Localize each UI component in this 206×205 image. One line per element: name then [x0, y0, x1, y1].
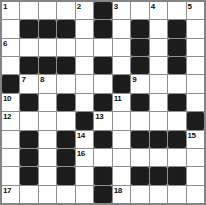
- answer-cell[interactable]: [57, 2, 74, 19]
- block-cell: [131, 57, 148, 74]
- answer-cell[interactable]: [94, 75, 111, 92]
- answer-cell[interactable]: [57, 39, 74, 56]
- block-cell: [113, 75, 130, 92]
- answer-cell[interactable]: [39, 167, 56, 184]
- clue-number: 16: [77, 149, 85, 158]
- block-cell: [94, 2, 111, 19]
- answer-cell[interactable]: [131, 2, 148, 19]
- answer-cell[interactable]: [57, 186, 74, 203]
- clue-number: 14: [77, 131, 85, 140]
- answer-cell[interactable]: [39, 131, 56, 148]
- answer-cell[interactable]: [39, 112, 56, 129]
- answer-cell[interactable]: [76, 186, 93, 203]
- answer-cell[interactable]: [2, 20, 19, 37]
- clue-number: 18: [114, 186, 122, 195]
- answer-cell[interactable]: [2, 167, 19, 184]
- block-cell: [94, 94, 111, 111]
- answer-cell[interactable]: [113, 39, 130, 56]
- clue-number: 15: [188, 131, 196, 140]
- block-cell: [131, 94, 148, 111]
- block-cell: [150, 167, 167, 184]
- answer-cell[interactable]: [131, 112, 148, 129]
- crossword-puzzle: 123456789101112131415161718: [0, 0, 206, 205]
- clue-number: 17: [3, 186, 11, 195]
- answer-cell[interactable]: [113, 57, 130, 74]
- answer-cell[interactable]: [20, 39, 37, 56]
- clue-number: 10: [3, 94, 11, 103]
- clue-number: 1: [3, 2, 7, 11]
- block-cell: [131, 39, 148, 56]
- block-cell: [168, 131, 185, 148]
- answer-cell[interactable]: 3: [113, 2, 130, 19]
- block-cell: [94, 131, 111, 148]
- answer-cell[interactable]: [57, 75, 74, 92]
- answer-cell[interactable]: [20, 186, 37, 203]
- block-cell: [39, 20, 56, 37]
- answer-cell[interactable]: [20, 2, 37, 19]
- answer-cell[interactable]: [150, 112, 167, 129]
- block-cell: [57, 131, 74, 148]
- answer-cell[interactable]: [2, 131, 19, 148]
- block-cell: [57, 57, 74, 74]
- block-cell: [94, 186, 111, 203]
- answer-cell[interactable]: [187, 75, 204, 92]
- block-cell: [20, 167, 37, 184]
- block-cell: [150, 131, 167, 148]
- answer-cell[interactable]: [76, 94, 93, 111]
- block-cell: [39, 57, 56, 74]
- block-cell: [20, 57, 37, 74]
- block-cell: [94, 167, 111, 184]
- answer-cell[interactable]: [187, 186, 204, 203]
- answer-cell[interactable]: 18: [113, 186, 130, 203]
- answer-cell[interactable]: [76, 39, 93, 56]
- block-cell: [20, 149, 37, 166]
- answer-cell[interactable]: [113, 131, 130, 148]
- answer-cell[interactable]: [150, 39, 167, 56]
- block-cell: [20, 131, 37, 148]
- answer-cell[interactable]: [113, 167, 130, 184]
- clue-number: 8: [40, 75, 44, 84]
- block-cell: [57, 94, 74, 111]
- answer-cell[interactable]: 7: [20, 75, 37, 92]
- answer-cell[interactable]: 16: [76, 149, 93, 166]
- answer-cell[interactable]: [168, 75, 185, 92]
- answer-cell[interactable]: [150, 57, 167, 74]
- answer-cell[interactable]: [94, 149, 111, 166]
- answer-cell[interactable]: [168, 149, 185, 166]
- answer-cell[interactable]: [187, 149, 204, 166]
- block-cell: [20, 20, 37, 37]
- answer-cell[interactable]: 11: [113, 94, 130, 111]
- answer-cell[interactable]: [39, 149, 56, 166]
- answer-cell[interactable]: 13: [94, 112, 111, 129]
- answer-cell[interactable]: [187, 94, 204, 111]
- block-cell: [168, 94, 185, 111]
- answer-cell[interactable]: 8: [39, 75, 56, 92]
- answer-cell[interactable]: [150, 186, 167, 203]
- clue-number: 4: [151, 2, 155, 11]
- answer-cell[interactable]: [20, 112, 37, 129]
- block-cell: [187, 112, 204, 129]
- crossword-board: 123456789101112131415161718: [0, 0, 206, 205]
- answer-cell[interactable]: [39, 2, 56, 19]
- answer-cell[interactable]: [187, 39, 204, 56]
- answer-cell[interactable]: 2: [76, 2, 93, 19]
- answer-cell[interactable]: [76, 167, 93, 184]
- answer-cell[interactable]: [131, 186, 148, 203]
- answer-cell[interactable]: [76, 20, 93, 37]
- block-cell: [2, 75, 19, 92]
- clue-number: 12: [3, 112, 11, 121]
- answer-cell[interactable]: [76, 57, 93, 74]
- answer-cell[interactable]: [168, 112, 185, 129]
- block-cell: [76, 112, 93, 129]
- answer-cell[interactable]: 9: [131, 75, 148, 92]
- block-cell: [94, 57, 111, 74]
- block-cell: [57, 167, 74, 184]
- answer-cell[interactable]: 15: [187, 131, 204, 148]
- answer-cell[interactable]: [94, 39, 111, 56]
- clue-number: 11: [114, 94, 121, 103]
- block-cell: [57, 149, 74, 166]
- clue-number: 2: [77, 2, 81, 11]
- answer-cell[interactable]: [150, 94, 167, 111]
- answer-cell[interactable]: [57, 112, 74, 129]
- answer-cell[interactable]: [2, 57, 19, 74]
- block-cell: [94, 20, 111, 37]
- clue-number: 3: [114, 2, 118, 11]
- answer-cell[interactable]: 12: [2, 112, 19, 129]
- answer-cell[interactable]: [168, 2, 185, 19]
- block-cell: [168, 20, 185, 37]
- block-cell: [131, 167, 148, 184]
- answer-cell[interactable]: [150, 149, 167, 166]
- answer-cell[interactable]: [131, 149, 148, 166]
- answer-cell[interactable]: [113, 20, 130, 37]
- answer-cell[interactable]: [150, 20, 167, 37]
- clue-number: 7: [21, 75, 25, 84]
- answer-cell[interactable]: 17: [2, 186, 19, 203]
- answer-cell[interactable]: 14: [76, 131, 93, 148]
- answer-cell[interactable]: 5: [187, 2, 204, 19]
- block-cell: [168, 39, 185, 56]
- answer-cell[interactable]: [39, 94, 56, 111]
- clue-number: 9: [132, 75, 136, 84]
- block-cell: [168, 167, 185, 184]
- answer-cell[interactable]: [187, 57, 204, 74]
- answer-cell[interactable]: 6: [2, 39, 19, 56]
- answer-cell[interactable]: [113, 112, 130, 129]
- answer-cell[interactable]: [39, 186, 56, 203]
- block-cell: [20, 94, 37, 111]
- answer-cell[interactable]: 4: [150, 2, 167, 19]
- answer-cell[interactable]: [187, 167, 204, 184]
- answer-cell[interactable]: 10: [2, 94, 19, 111]
- answer-cell[interactable]: [187, 20, 204, 37]
- answer-cell[interactable]: 1: [2, 2, 19, 19]
- answer-cell[interactable]: [76, 75, 93, 92]
- clue-number: 5: [188, 2, 192, 11]
- clue-number: 6: [3, 39, 7, 48]
- answer-cell[interactable]: [113, 149, 130, 166]
- answer-cell[interactable]: [150, 75, 167, 92]
- answer-cell[interactable]: [2, 149, 19, 166]
- clue-number: 13: [95, 112, 103, 121]
- block-cell: [168, 57, 185, 74]
- block-cell: [57, 20, 74, 37]
- answer-cell[interactable]: [39, 39, 56, 56]
- block-cell: [131, 131, 148, 148]
- answer-cell[interactable]: [168, 186, 185, 203]
- block-cell: [131, 20, 148, 37]
